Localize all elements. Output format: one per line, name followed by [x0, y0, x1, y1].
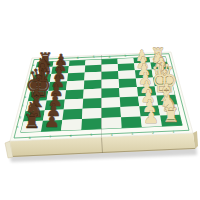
square-h3[interactable]: [121, 116, 142, 128]
left-edge-label: h: [17, 125, 19, 129]
square-h5[interactable]: [81, 118, 101, 130]
square-d5[interactable]: [84, 80, 102, 90]
square-c3[interactable]: [118, 70, 136, 79]
far-edge-label: 5: [93, 55, 95, 59]
square-a3[interactable]: [118, 58, 135, 64]
square-d4[interactable]: [102, 79, 120, 89]
square-g6[interactable]: [62, 109, 82, 120]
square-f6[interactable]: [64, 99, 83, 110]
near-edge-label: 1: [172, 130, 174, 134]
near-edge-label: 4: [111, 133, 113, 137]
piece-white-pawn[interactable]: ♟: [143, 107, 159, 127]
square-h6[interactable]: [61, 119, 82, 131]
far-edge-label: 6: [77, 56, 79, 60]
square-g4[interactable]: [102, 107, 122, 118]
far-edge-label: 4: [108, 55, 110, 59]
square-e6[interactable]: [65, 89, 84, 99]
piece-black-pawn[interactable]: ♟: [44, 111, 60, 131]
near-edge-label: 3: [131, 132, 133, 136]
near-edge-label: 7: [49, 135, 51, 139]
square-b5[interactable]: [85, 65, 102, 73]
near-edge-label: 8: [29, 136, 31, 140]
square-g3[interactable]: [120, 106, 140, 117]
chess-set-photo: 8877665544332211abcdefgh♜♟♟♜♞♟♟♞♝♟♟♝♛♟♟♛…: [0, 0, 200, 200]
square-f3[interactable]: [120, 96, 140, 107]
square-a4[interactable]: [102, 59, 118, 65]
square-g5[interactable]: [82, 108, 102, 119]
square-e3[interactable]: [119, 87, 138, 97]
near-edge-label: 5: [90, 133, 92, 137]
board-photo-svg: 8877665544332211abcdefgh♜♟♟♜♞♟♟♞♝♟♟♝♛♟♟♛…: [0, 0, 200, 200]
square-a6[interactable]: [69, 60, 86, 66]
near-edge-label: 6: [70, 134, 72, 138]
square-a5[interactable]: [85, 60, 101, 66]
far-edge-label: 3: [124, 54, 126, 58]
left-edge-label: g: [19, 115, 21, 119]
square-b3[interactable]: [118, 63, 135, 71]
square-f4[interactable]: [102, 97, 121, 108]
square-f5[interactable]: [83, 98, 102, 109]
square-b4[interactable]: [102, 64, 119, 72]
square-h4[interactable]: [102, 117, 122, 129]
piece-white-rook[interactable]: ♜: [162, 104, 179, 127]
square-e5[interactable]: [83, 89, 101, 99]
square-d6[interactable]: [66, 81, 84, 91]
near-edge-label: 2: [152, 131, 154, 135]
square-b6[interactable]: [68, 65, 85, 73]
square-e4[interactable]: [102, 88, 120, 98]
piece-black-rook[interactable]: ♜: [23, 110, 40, 133]
square-c4[interactable]: [102, 71, 119, 80]
square-c5[interactable]: [84, 72, 101, 81]
square-c6[interactable]: [67, 73, 85, 82]
square-d3[interactable]: [119, 78, 137, 88]
